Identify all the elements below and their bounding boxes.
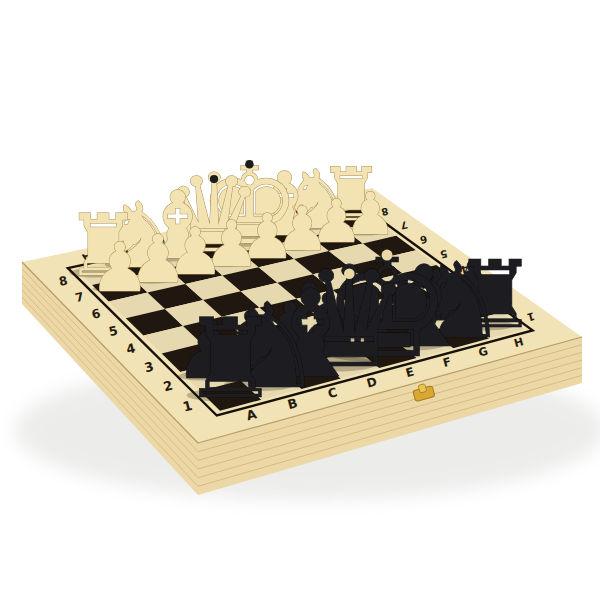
piece-white-pawn-a7: ♟ — [89, 228, 150, 307]
piece-black-rook-a1: ♜ — [181, 295, 280, 423]
product-photo: AABBCCDDEEFFGGHH1122334455667788♜♞♟♝♟♚♟♛… — [0, 0, 600, 600]
chess-scene: AABBCCDDEEFFGGHH1122334455667788♜♞♟♝♟♚♟♛… — [0, 0, 600, 600]
